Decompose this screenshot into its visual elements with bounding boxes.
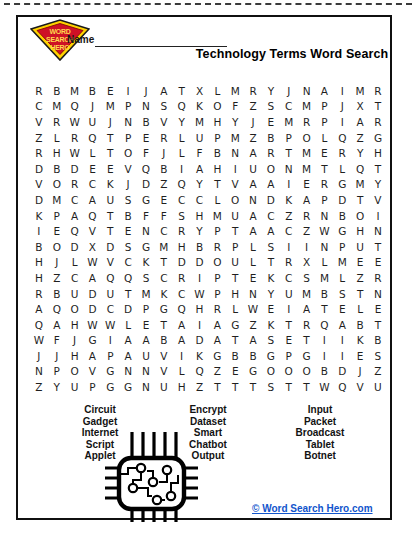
grid-cell[interactable]: Q — [84, 208, 102, 224]
grid-cell[interactable]: J — [119, 177, 137, 193]
grid-cell[interactable]: A — [191, 161, 209, 177]
grid-cell[interactable]: N — [137, 223, 155, 239]
grid-cell[interactable]: P — [226, 239, 244, 255]
grid-cell[interactable]: M — [333, 255, 351, 271]
grid-cell[interactable]: U — [280, 286, 298, 302]
grid-cell[interactable]: H — [66, 348, 84, 364]
grid-cell[interactable]: M — [226, 130, 244, 146]
grid-cell[interactable]: E — [137, 130, 155, 146]
grid-cell[interactable]: A — [208, 333, 226, 349]
grid-cell[interactable]: J — [84, 99, 102, 115]
grid-cell[interactable]: K — [30, 208, 48, 224]
grid-cell[interactable]: D — [173, 255, 191, 271]
grid-cell[interactable]: B — [119, 208, 137, 224]
grid-cell[interactable]: V — [351, 379, 369, 395]
grid-cell[interactable]: Q — [173, 301, 191, 317]
grid-cell[interactable]: T — [226, 270, 244, 286]
grid-cell[interactable]: G — [262, 348, 280, 364]
grid-cell[interactable]: F — [137, 208, 155, 224]
grid-cell[interactable]: O — [208, 99, 226, 115]
grid-cell[interactable]: T — [101, 208, 119, 224]
grid-cell[interactable]: N — [244, 192, 262, 208]
grid-cell[interactable]: P — [208, 286, 226, 302]
grid-cell[interactable]: D — [66, 161, 84, 177]
grid-cell[interactable]: U — [155, 379, 173, 395]
grid-cell[interactable]: K — [191, 348, 209, 364]
grid-cell[interactable]: T — [262, 255, 280, 271]
grid-cell[interactable]: J — [351, 364, 369, 380]
grid-cell[interactable]: B — [333, 208, 351, 224]
grid-cell[interactable]: T — [119, 286, 137, 302]
grid-cell[interactable]: L — [48, 130, 66, 146]
grid-cell[interactable]: L — [208, 83, 226, 99]
grid-cell[interactable]: M — [316, 270, 334, 286]
grid-cell[interactable]: L — [244, 255, 262, 271]
grid-cell[interactable]: O — [262, 364, 280, 380]
grid-cell[interactable]: X — [351, 99, 369, 115]
grid-cell[interactable]: L — [333, 270, 351, 286]
grid-cell[interactable]: P — [119, 130, 137, 146]
grid-cell[interactable]: P — [48, 364, 66, 380]
grid-cell[interactable]: P — [316, 114, 334, 130]
grid-cell[interactable]: R — [173, 223, 191, 239]
grid-cell[interactable]: W — [316, 379, 334, 395]
grid-cell[interactable]: H — [30, 255, 48, 271]
grid-cell[interactable]: P — [208, 223, 226, 239]
grid-cell[interactable]: G — [137, 192, 155, 208]
grid-cell[interactable]: M — [298, 99, 316, 115]
grid-cell[interactable]: Z — [369, 364, 387, 380]
grid-cell[interactable]: N — [369, 223, 387, 239]
grid-cell[interactable]: M — [48, 192, 66, 208]
grid-cell[interactable]: P — [280, 348, 298, 364]
grid-cell[interactable]: I — [280, 239, 298, 255]
grid-cell[interactable]: C — [155, 223, 173, 239]
grid-cell[interactable]: E — [369, 255, 387, 271]
grid-cell[interactable]: T — [226, 333, 244, 349]
grid-cell[interactable]: O — [48, 177, 66, 193]
grid-cell[interactable]: E — [351, 255, 369, 271]
grid-cell[interactable]: G — [298, 348, 316, 364]
grid-cell[interactable]: H — [173, 379, 191, 395]
grid-cell[interactable]: G — [137, 239, 155, 255]
grid-cell[interactable]: U — [226, 208, 244, 224]
grid-cell[interactable]: M — [280, 114, 298, 130]
grid-cell[interactable]: H — [369, 145, 387, 161]
grid-cell[interactable]: H — [351, 223, 369, 239]
grid-cell[interactable]: P — [316, 192, 334, 208]
grid-cell[interactable]: B — [316, 364, 334, 380]
grid-cell[interactable]: W — [84, 317, 102, 333]
grid-cell[interactable]: T — [155, 255, 173, 271]
grid-cell[interactable]: Q — [119, 270, 137, 286]
grid-cell[interactable]: N — [280, 161, 298, 177]
grid-cell[interactable]: A — [244, 145, 262, 161]
grid-cell[interactable]: G — [369, 130, 387, 146]
grid-cell[interactable]: I — [191, 270, 209, 286]
grid-cell[interactable]: A — [119, 348, 137, 364]
grid-cell[interactable]: A — [298, 192, 316, 208]
grid-cell[interactable]: S — [119, 192, 137, 208]
grid-cell[interactable]: R — [208, 301, 226, 317]
grid-cell[interactable]: E — [262, 301, 280, 317]
grid-cell[interactable]: S — [262, 379, 280, 395]
grid-cell[interactable]: A — [351, 114, 369, 130]
grid-cell[interactable]: B — [244, 348, 262, 364]
grid-cell[interactable]: T — [280, 145, 298, 161]
grid-cell[interactable]: C — [66, 192, 84, 208]
grid-cell[interactable]: C — [280, 270, 298, 286]
grid-cell[interactable]: J — [280, 83, 298, 99]
grid-cell[interactable]: Q — [66, 223, 84, 239]
grid-cell[interactable]: F — [191, 145, 209, 161]
grid-cell[interactable]: Q — [333, 379, 351, 395]
grid-cell[interactable]: H — [208, 161, 226, 177]
grid-cell[interactable]: A — [119, 333, 137, 349]
grid-cell[interactable]: O — [280, 364, 298, 380]
grid-cell[interactable]: D — [333, 192, 351, 208]
grid-cell[interactable]: K — [101, 177, 119, 193]
grid-cell[interactable]: O — [48, 239, 66, 255]
grid-cell[interactable]: C — [280, 223, 298, 239]
grid-cell[interactable]: P — [84, 379, 102, 395]
grid-cell[interactable]: D — [137, 177, 155, 193]
grid-cell[interactable]: O — [262, 161, 280, 177]
grid-cell[interactable]: T — [101, 223, 119, 239]
grid-cell[interactable]: N — [298, 83, 316, 99]
grid-cell[interactable]: Q — [48, 301, 66, 317]
grid-cell[interactable]: T — [298, 379, 316, 395]
grid-cell[interactable]: I — [280, 177, 298, 193]
grid-cell[interactable]: D — [66, 239, 84, 255]
grid-cell[interactable]: E — [369, 301, 387, 317]
grid-cell[interactable]: I — [333, 348, 351, 364]
grid-cell[interactable]: S — [262, 239, 280, 255]
grid-cell[interactable]: Q — [137, 161, 155, 177]
grid-cell[interactable]: I — [101, 333, 119, 349]
grid-cell[interactable]: V — [155, 348, 173, 364]
grid-cell[interactable]: M — [226, 83, 244, 99]
grid-cell[interactable]: B — [48, 83, 66, 99]
grid-cell[interactable]: T — [226, 379, 244, 395]
grid-cell[interactable]: S — [262, 333, 280, 349]
grid-cell[interactable]: D — [101, 239, 119, 255]
grid-cell[interactable]: T — [369, 99, 387, 115]
grid-cell[interactable]: Y — [48, 379, 66, 395]
grid-cell[interactable]: T — [101, 145, 119, 161]
grid-cell[interactable]: R — [316, 177, 334, 193]
grid-cell[interactable]: Y — [191, 177, 209, 193]
grid-cell[interactable]: U — [351, 239, 369, 255]
grid-cell[interactable]: C — [155, 270, 173, 286]
grid-cell[interactable]: S — [173, 208, 191, 224]
grid-cell[interactable]: U — [101, 286, 119, 302]
grid-cell[interactable]: A — [84, 270, 102, 286]
grid-cell[interactable]: I — [226, 161, 244, 177]
grid-cell[interactable]: R — [244, 83, 262, 99]
grid-cell[interactable]: Y — [351, 145, 369, 161]
grid-cell[interactable]: Z — [155, 177, 173, 193]
grid-cell[interactable]: B — [226, 348, 244, 364]
grid-cell[interactable]: J — [137, 83, 155, 99]
grid-cell[interactable]: H — [48, 145, 66, 161]
grid-cell[interactable]: R — [48, 114, 66, 130]
grid-cell[interactable]: M — [351, 177, 369, 193]
grid-cell[interactable]: M — [298, 286, 316, 302]
grid-cell[interactable]: B — [208, 145, 226, 161]
grid-cell[interactable]: A — [244, 223, 262, 239]
grid-cell[interactable]: T — [369, 239, 387, 255]
grid-cell[interactable]: R — [66, 130, 84, 146]
grid-cell[interactable]: I — [333, 114, 351, 130]
grid-cell[interactable]: B — [84, 83, 102, 99]
grid-cell[interactable]: Q — [173, 99, 191, 115]
grid-cell[interactable]: Z — [298, 223, 316, 239]
grid-cell[interactable]: N — [30, 364, 48, 380]
grid-cell[interactable]: A — [244, 333, 262, 349]
grid-cell[interactable]: T — [298, 333, 316, 349]
grid-cell[interactable]: A — [173, 317, 191, 333]
grid-cell[interactable]: V — [369, 192, 387, 208]
grid-cell[interactable]: P — [48, 208, 66, 224]
grid-cell[interactable]: C — [84, 177, 102, 193]
grid-cell[interactable]: J — [66, 333, 84, 349]
grid-cell[interactable]: V — [30, 114, 48, 130]
grid-cell[interactable]: R — [30, 145, 48, 161]
grid-cell[interactable]: Z — [191, 379, 209, 395]
grid-cell[interactable]: D — [119, 301, 137, 317]
grid-cell[interactable]: H — [208, 114, 226, 130]
grid-cell[interactable]: C — [173, 286, 191, 302]
grid-cell[interactable]: Z — [244, 99, 262, 115]
grid-cell[interactable]: O — [208, 255, 226, 271]
grid-cell[interactable]: T — [208, 379, 226, 395]
grid-cell[interactable]: Z — [280, 208, 298, 224]
grid-cell[interactable]: W — [30, 333, 48, 349]
grid-cell[interactable]: T — [369, 317, 387, 333]
grid-cell[interactable]: T — [155, 317, 173, 333]
grid-cell[interactable]: L — [173, 364, 191, 380]
grid-cell[interactable]: R — [369, 270, 387, 286]
grid-cell[interactable]: A — [316, 83, 334, 99]
grid-cell[interactable]: Z — [244, 130, 262, 146]
grid-cell[interactable]: R — [155, 130, 173, 146]
grid-cell[interactable]: B — [137, 114, 155, 130]
grid-cell[interactable]: O — [226, 192, 244, 208]
grid-cell[interactable]: T — [280, 379, 298, 395]
grid-cell[interactable]: J — [101, 114, 119, 130]
grid-cell[interactable]: M — [298, 145, 316, 161]
grid-cell[interactable]: U — [369, 379, 387, 395]
grid-cell[interactable]: D — [191, 333, 209, 349]
grid-cell[interactable]: Z — [208, 364, 226, 380]
grid-cell[interactable]: C — [30, 99, 48, 115]
grid-cell[interactable]: R — [369, 114, 387, 130]
grid-cell[interactable]: X — [191, 83, 209, 99]
grid-cell[interactable]: D — [84, 301, 102, 317]
grid-cell[interactable]: L — [66, 255, 84, 271]
grid-cell[interactable]: B — [262, 130, 280, 146]
grid-cell[interactable]: N — [137, 364, 155, 380]
grid-cell[interactable]: G — [208, 348, 226, 364]
grid-cell[interactable]: Q — [351, 161, 369, 177]
grid-cell[interactable]: R — [173, 270, 191, 286]
grid-cell[interactable]: Q — [333, 130, 351, 146]
grid-cell[interactable]: I — [369, 208, 387, 224]
grid-cell[interactable]: E — [280, 333, 298, 349]
grid-cell[interactable]: A — [48, 317, 66, 333]
grid-cell[interactable]: I — [316, 333, 334, 349]
grid-cell[interactable]: B — [155, 161, 173, 177]
grid-cell[interactable]: U — [226, 255, 244, 271]
grid-cell[interactable]: H — [226, 286, 244, 302]
grid-cell[interactable]: I — [316, 348, 334, 364]
grid-cell[interactable]: Y — [191, 223, 209, 239]
grid-cell[interactable]: A — [244, 208, 262, 224]
grid-cell[interactable]: Z — [48, 270, 66, 286]
grid-cell[interactable]: P — [208, 130, 226, 146]
grid-cell[interactable]: W — [84, 255, 102, 271]
grid-cell[interactable]: E — [155, 192, 173, 208]
grid-cell[interactable]: N — [226, 145, 244, 161]
grid-cell[interactable]: K — [191, 99, 209, 115]
grid-cell[interactable]: P — [333, 239, 351, 255]
grid-cell[interactable]: T — [351, 286, 369, 302]
grid-cell[interactable]: U — [244, 161, 262, 177]
grid-cell[interactable]: N — [369, 286, 387, 302]
grid-cell[interactable]: O — [119, 145, 137, 161]
grid-cell[interactable]: T — [208, 177, 226, 193]
grid-cell[interactable]: N — [137, 379, 155, 395]
grid-cell[interactable]: Z — [30, 379, 48, 395]
grid-cell[interactable]: Y — [262, 83, 280, 99]
grid-cell[interactable]: Y — [369, 177, 387, 193]
grid-cell[interactable]: K — [155, 286, 173, 302]
grid-cell[interactable]: L — [173, 130, 191, 146]
grid-cell[interactable]: G — [101, 364, 119, 380]
grid-cell[interactable]: E — [48, 223, 66, 239]
grid-cell[interactable]: C — [280, 99, 298, 115]
grid-cell[interactable]: P — [208, 270, 226, 286]
grid-cell[interactable]: E — [316, 145, 334, 161]
grid-cell[interactable]: T — [280, 317, 298, 333]
grid-cell[interactable]: W — [66, 145, 84, 161]
grid-cell[interactable]: A — [66, 208, 84, 224]
grid-cell[interactable]: R — [298, 317, 316, 333]
grid-cell[interactable]: U — [66, 286, 84, 302]
grid-cell[interactable]: Y — [226, 114, 244, 130]
grid-cell[interactable]: U — [137, 348, 155, 364]
grid-cell[interactable]: A — [137, 333, 155, 349]
grid-cell[interactable]: I — [333, 83, 351, 99]
grid-cell[interactable]: G — [84, 333, 102, 349]
grid-cell[interactable]: C — [173, 192, 191, 208]
grid-cell[interactable]: O — [298, 130, 316, 146]
grid-cell[interactable]: I — [119, 83, 137, 99]
grid-cell[interactable]: J — [333, 99, 351, 115]
grid-cell[interactable]: T — [244, 379, 262, 395]
grid-cell[interactable]: Q — [173, 177, 191, 193]
grid-cell[interactable]: T — [173, 83, 191, 99]
grid-cell[interactable]: E — [101, 161, 119, 177]
grid-cell[interactable]: B — [48, 161, 66, 177]
grid-cell[interactable]: P — [137, 301, 155, 317]
grid-cell[interactable]: N — [316, 239, 334, 255]
grid-cell[interactable]: A — [155, 83, 173, 99]
grid-cell[interactable]: H — [66, 317, 84, 333]
grid-cell[interactable]: B — [369, 333, 387, 349]
grid-cell[interactable]: R — [298, 208, 316, 224]
grid-cell[interactable]: G — [101, 379, 119, 395]
grid-cell[interactable]: Q — [30, 317, 48, 333]
grid-cell[interactable]: V — [84, 364, 102, 380]
grid-cell[interactable]: M — [208, 208, 226, 224]
grid-cell[interactable]: M — [298, 161, 316, 177]
grid-cell[interactable]: Y — [262, 286, 280, 302]
grid-cell[interactable]: V — [155, 114, 173, 130]
grid-cell[interactable]: F — [155, 208, 173, 224]
grid-cell[interactable]: Z — [351, 270, 369, 286]
grid-cell[interactable]: R — [333, 145, 351, 161]
grid-cell[interactable]: Q — [84, 130, 102, 146]
grid-cell[interactable]: L — [226, 301, 244, 317]
grid-cell[interactable]: X — [84, 239, 102, 255]
grid-cell[interactable]: D — [84, 286, 102, 302]
grid-cell[interactable]: G — [244, 364, 262, 380]
grid-cell[interactable]: O — [66, 364, 84, 380]
grid-cell[interactable]: A — [298, 301, 316, 317]
grid-cell[interactable]: O — [351, 208, 369, 224]
grid-cell[interactable]: F — [226, 99, 244, 115]
grid-cell[interactable]: V — [30, 177, 48, 193]
grid-cell[interactable]: J — [244, 114, 262, 130]
grid-cell[interactable]: V — [84, 223, 102, 239]
grid-cell[interactable]: D — [191, 255, 209, 271]
grid-cell[interactable]: L — [208, 192, 226, 208]
grid-cell[interactable]: O — [66, 301, 84, 317]
grid-cell[interactable]: L — [333, 161, 351, 177]
grid-cell[interactable]: G — [333, 177, 351, 193]
grid-cell[interactable]: M — [155, 239, 173, 255]
grid-cell[interactable]: F — [137, 145, 155, 161]
grid-cell[interactable]: R — [30, 83, 48, 99]
grid-cell[interactable]: C — [101, 301, 119, 317]
grid-cell[interactable]: C — [66, 270, 84, 286]
grid-cell[interactable]: Q — [101, 270, 119, 286]
grid-cell[interactable]: I — [30, 223, 48, 239]
grid-cell[interactable]: S — [298, 270, 316, 286]
grid-cell[interactable]: S — [155, 99, 173, 115]
grid-cell[interactable]: J — [48, 255, 66, 271]
grid-cell[interactable]: Z — [30, 130, 48, 146]
grid-cell[interactable]: B — [316, 286, 334, 302]
grid-cell[interactable]: B — [191, 239, 209, 255]
grid-cell[interactable]: B — [351, 317, 369, 333]
grid-cell[interactable]: N — [316, 208, 334, 224]
grid-cell[interactable]: J — [48, 348, 66, 364]
grid-cell[interactable]: R — [262, 145, 280, 161]
grid-cell[interactable]: A — [262, 177, 280, 193]
grid-cell[interactable]: R — [298, 114, 316, 130]
grid-cell[interactable]: W — [66, 114, 84, 130]
grid-cell[interactable]: E — [119, 223, 137, 239]
grid-cell[interactable]: E — [84, 161, 102, 177]
grid-cell[interactable]: T — [316, 301, 334, 317]
grid-cell[interactable]: E — [101, 83, 119, 99]
grid-cell[interactable]: G — [226, 317, 244, 333]
grid-cell[interactable]: A — [333, 317, 351, 333]
grid-cell[interactable]: I — [173, 161, 191, 177]
